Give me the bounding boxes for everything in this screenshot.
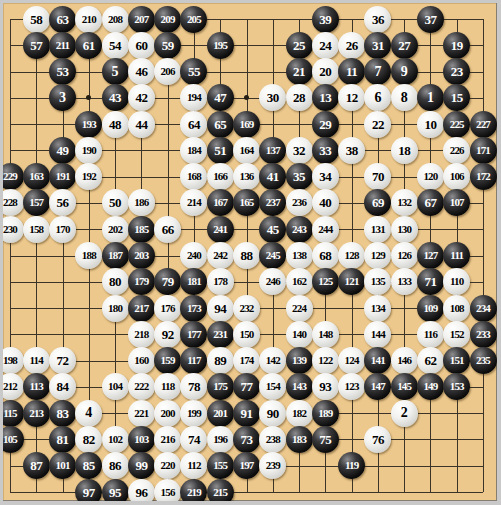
move-number: 2 bbox=[401, 406, 408, 420]
stone-white-84[interactable]: 84 bbox=[49, 373, 76, 400]
stone-black-175[interactable]: 175 bbox=[207, 373, 234, 400]
stone-black-185[interactable]: 185 bbox=[128, 216, 155, 243]
stone-white-114[interactable]: 114 bbox=[23, 347, 50, 374]
stone-black-187[interactable]: 187 bbox=[102, 242, 129, 269]
stone-white-226[interactable]: 226 bbox=[443, 137, 470, 164]
stone-white-150[interactable]: 150 bbox=[233, 321, 260, 348]
stone-black-79[interactable]: 79 bbox=[154, 268, 181, 295]
stone-white-92[interactable]: 92 bbox=[154, 321, 181, 348]
stone-white-184[interactable]: 184 bbox=[180, 137, 207, 164]
stone-white-76[interactable]: 76 bbox=[364, 426, 391, 453]
move-number: 5 bbox=[112, 64, 119, 78]
stone-white-142[interactable]: 142 bbox=[259, 347, 286, 374]
stone-white-180[interactable]: 180 bbox=[102, 295, 129, 322]
stone-black-49[interactable]: 49 bbox=[49, 137, 76, 164]
move-number: 179 bbox=[134, 276, 148, 287]
stone-black-99[interactable]: 99 bbox=[128, 452, 155, 479]
stone-white-186[interactable]: 186 bbox=[128, 189, 155, 216]
stone-white-244[interactable]: 244 bbox=[312, 216, 339, 243]
stone-black-29[interactable]: 29 bbox=[312, 111, 339, 138]
move-number: 165 bbox=[239, 197, 253, 208]
stone-white-88[interactable]: 88 bbox=[233, 242, 260, 269]
move-number: 227 bbox=[476, 118, 490, 129]
stone-black-63[interactable]: 63 bbox=[49, 6, 76, 33]
stone-white-164[interactable]: 164 bbox=[233, 137, 260, 164]
stone-black-125[interactable]: 125 bbox=[312, 268, 339, 295]
stone-white-108[interactable]: 108 bbox=[443, 295, 470, 322]
stone-white-246[interactable]: 246 bbox=[259, 268, 286, 295]
stone-black-167[interactable]: 167 bbox=[207, 189, 234, 216]
move-number: 167 bbox=[213, 197, 227, 208]
move-number: 120 bbox=[423, 171, 437, 182]
stone-black-31[interactable]: 31 bbox=[364, 32, 391, 59]
move-number: 93 bbox=[319, 380, 331, 393]
stone-black-67[interactable]: 67 bbox=[417, 189, 444, 216]
stone-white-228[interactable]: 228 bbox=[3, 189, 24, 216]
move-number: 11 bbox=[346, 65, 357, 78]
stone-white-160[interactable]: 160 bbox=[128, 347, 155, 374]
stone-black-13[interactable]: 13 bbox=[312, 84, 339, 111]
stone-black-139[interactable]: 139 bbox=[286, 347, 313, 374]
stone-black-127[interactable]: 127 bbox=[417, 242, 444, 269]
stone-white-94[interactable]: 94 bbox=[207, 295, 234, 322]
stone-black-157[interactable]: 157 bbox=[23, 189, 50, 216]
stone-white-238[interactable]: 238 bbox=[259, 426, 286, 453]
move-number: 71 bbox=[424, 275, 436, 288]
stone-black-53[interactable]: 53 bbox=[49, 58, 76, 85]
stone-black-193[interactable]: 193 bbox=[75, 111, 102, 138]
stone-white-112[interactable]: 112 bbox=[180, 452, 207, 479]
stone-white-86[interactable]: 86 bbox=[102, 452, 129, 479]
stone-white-74[interactable]: 74 bbox=[180, 426, 207, 453]
stone-black-155[interactable]: 155 bbox=[207, 452, 234, 479]
stone-white-36[interactable]: 36 bbox=[364, 6, 391, 33]
stone-white-210[interactable]: 210 bbox=[75, 6, 102, 33]
stone-white-104[interactable]: 104 bbox=[102, 373, 129, 400]
stone-black-179[interactable]: 179 bbox=[128, 268, 155, 295]
stone-black-69[interactable]: 69 bbox=[364, 189, 391, 216]
stone-black-111[interactable]: 111 bbox=[443, 242, 470, 269]
stone-black-119[interactable]: 119 bbox=[338, 452, 365, 479]
stone-black-105[interactable]: 105 bbox=[3, 426, 24, 453]
move-number: 114 bbox=[30, 355, 44, 366]
move-number: 103 bbox=[134, 433, 148, 444]
move-number: 158 bbox=[29, 223, 43, 234]
move-number: 229 bbox=[3, 171, 17, 182]
stone-black-181[interactable]: 181 bbox=[180, 268, 207, 295]
move-number: 80 bbox=[109, 275, 121, 288]
stone-white-4[interactable]: 4 bbox=[75, 400, 102, 427]
move-number: 230 bbox=[3, 223, 17, 234]
move-number: 26 bbox=[346, 38, 358, 51]
stone-black-189[interactable]: 189 bbox=[312, 400, 339, 427]
stone-white-208[interactable]: 208 bbox=[102, 6, 129, 33]
stone-black-177[interactable]: 177 bbox=[180, 321, 207, 348]
stone-black-43[interactable]: 43 bbox=[102, 84, 129, 111]
stone-black-217[interactable]: 217 bbox=[128, 295, 155, 322]
stone-white-80[interactable]: 80 bbox=[102, 268, 129, 295]
stone-black-81[interactable]: 81 bbox=[49, 426, 76, 453]
stone-black-73[interactable]: 73 bbox=[233, 426, 260, 453]
stone-white-152[interactable]: 152 bbox=[443, 321, 470, 348]
stone-white-2[interactable]: 2 bbox=[391, 400, 418, 427]
stone-white-154[interactable]: 154 bbox=[259, 373, 286, 400]
stone-black-153[interactable]: 153 bbox=[443, 373, 470, 400]
stone-white-190[interactable]: 190 bbox=[75, 137, 102, 164]
stone-black-209[interactable]: 209 bbox=[154, 6, 181, 33]
stone-white-62[interactable]: 62 bbox=[417, 347, 444, 374]
stone-white-102[interactable]: 102 bbox=[102, 426, 129, 453]
move-number: 55 bbox=[188, 65, 200, 78]
move-number: 49 bbox=[57, 143, 69, 156]
stone-black-151[interactable]: 151 bbox=[443, 347, 470, 374]
go-board[interactable]: 5863210208207209205393637572116154605919… bbox=[3, 3, 497, 501]
move-number: 110 bbox=[450, 276, 464, 287]
stone-white-182[interactable]: 182 bbox=[286, 400, 313, 427]
stone-black-95[interactable]: 95 bbox=[102, 479, 129, 501]
stone-white-218[interactable]: 218 bbox=[128, 321, 155, 348]
stone-white-8[interactable]: 8 bbox=[391, 84, 418, 111]
stone-black-109[interactable]: 109 bbox=[417, 295, 444, 322]
stone-black-71[interactable]: 71 bbox=[417, 268, 444, 295]
stone-white-46[interactable]: 46 bbox=[128, 58, 155, 85]
stone-white-26[interactable]: 26 bbox=[338, 32, 365, 59]
stone-white-202[interactable]: 202 bbox=[102, 216, 129, 243]
stone-black-7[interactable]: 7 bbox=[364, 58, 391, 85]
stone-black-77[interactable]: 77 bbox=[233, 373, 260, 400]
stone-black-115[interactable]: 115 bbox=[3, 400, 24, 427]
stone-white-93[interactable]: 93 bbox=[312, 373, 339, 400]
stone-white-134[interactable]: 134 bbox=[364, 295, 391, 322]
stone-white-44[interactable]: 44 bbox=[128, 111, 155, 138]
stone-white-232[interactable]: 232 bbox=[233, 295, 260, 322]
move-number: 233 bbox=[476, 328, 490, 339]
move-number: 143 bbox=[292, 381, 306, 392]
stone-black-3[interactable]: 3 bbox=[49, 84, 76, 111]
stone-black-55[interactable]: 55 bbox=[180, 58, 207, 85]
move-number: 172 bbox=[476, 171, 490, 182]
stone-white-64[interactable]: 64 bbox=[180, 111, 207, 138]
move-number: 6 bbox=[374, 90, 381, 104]
stone-black-5[interactable]: 5 bbox=[102, 58, 129, 85]
stone-white-148[interactable]: 148 bbox=[312, 321, 339, 348]
stone-white-122[interactable]: 122 bbox=[312, 347, 339, 374]
stone-white-194[interactable]: 194 bbox=[180, 84, 207, 111]
stone-white-24[interactable]: 24 bbox=[312, 32, 339, 59]
stone-black-45[interactable]: 45 bbox=[259, 216, 286, 243]
stone-white-196[interactable]: 196 bbox=[207, 426, 234, 453]
stone-white-123[interactable]: 123 bbox=[338, 373, 365, 400]
stone-black-143[interactable]: 143 bbox=[286, 373, 313, 400]
move-number: 21 bbox=[293, 65, 305, 78]
stone-white-166[interactable]: 166 bbox=[207, 163, 234, 190]
stone-black-1[interactable]: 1 bbox=[417, 84, 444, 111]
stone-white-12[interactable]: 12 bbox=[338, 84, 365, 111]
stone-white-28[interactable]: 28 bbox=[286, 84, 313, 111]
stone-white-170[interactable]: 170 bbox=[49, 216, 76, 243]
move-number: 68 bbox=[319, 249, 331, 262]
move-number: 85 bbox=[83, 459, 95, 472]
stone-black-195[interactable]: 195 bbox=[207, 32, 234, 59]
stone-black-15[interactable]: 15 bbox=[443, 84, 470, 111]
stone-black-11[interactable]: 11 bbox=[338, 58, 365, 85]
stone-white-116[interactable]: 116 bbox=[417, 321, 444, 348]
stone-white-38[interactable]: 38 bbox=[338, 137, 365, 164]
stone-white-162[interactable]: 162 bbox=[286, 268, 313, 295]
stone-white-135[interactable]: 135 bbox=[364, 268, 391, 295]
stone-black-229[interactable]: 229 bbox=[3, 163, 24, 190]
stone-black-87[interactable]: 87 bbox=[23, 452, 50, 479]
stone-black-117[interactable]: 117 bbox=[180, 347, 207, 374]
stone-black-231[interactable]: 231 bbox=[207, 321, 234, 348]
move-number: 10 bbox=[424, 117, 436, 130]
move-number: 84 bbox=[57, 380, 69, 393]
move-number: 212 bbox=[3, 381, 17, 392]
stone-white-126[interactable]: 126 bbox=[391, 242, 418, 269]
stone-white-20[interactable]: 20 bbox=[312, 58, 339, 85]
stone-white-54[interactable]: 54 bbox=[102, 32, 129, 59]
stone-white-138[interactable]: 138 bbox=[286, 242, 313, 269]
stone-white-178[interactable]: 178 bbox=[207, 268, 234, 295]
stone-black-234[interactable]: 234 bbox=[470, 295, 497, 322]
stone-white-176[interactable]: 176 bbox=[154, 295, 181, 322]
stone-black-243[interactable]: 243 bbox=[286, 216, 313, 243]
stone-white-236[interactable]: 236 bbox=[286, 189, 313, 216]
stone-white-174[interactable]: 174 bbox=[233, 347, 260, 374]
stone-white-224[interactable]: 224 bbox=[286, 295, 313, 322]
stone-white-120[interactable]: 120 bbox=[417, 163, 444, 190]
stone-black-159[interactable]: 159 bbox=[154, 347, 181, 374]
stone-white-130[interactable]: 130 bbox=[391, 216, 418, 243]
stone-black-33[interactable]: 33 bbox=[312, 137, 339, 164]
move-number: 81 bbox=[57, 432, 69, 445]
stone-black-23[interactable]: 23 bbox=[443, 58, 470, 85]
stone-black-35[interactable]: 35 bbox=[286, 163, 313, 190]
stone-white-70[interactable]: 70 bbox=[364, 163, 391, 190]
stone-black-173[interactable]: 173 bbox=[180, 295, 207, 322]
stone-white-66[interactable]: 66 bbox=[154, 216, 181, 243]
stone-white-32[interactable]: 32 bbox=[286, 137, 313, 164]
stone-black-41[interactable]: 41 bbox=[259, 163, 286, 190]
stone-white-34[interactable]: 34 bbox=[312, 163, 339, 190]
stone-white-89[interactable]: 89 bbox=[207, 347, 234, 374]
stone-white-48[interactable]: 48 bbox=[102, 111, 129, 138]
move-number: 101 bbox=[55, 460, 69, 471]
stone-white-220[interactable]: 220 bbox=[154, 452, 181, 479]
move-number: 214 bbox=[187, 197, 201, 208]
stone-white-198[interactable]: 198 bbox=[3, 347, 24, 374]
stone-white-192[interactable]: 192 bbox=[75, 163, 102, 190]
stone-black-207[interactable]: 207 bbox=[128, 6, 155, 33]
move-number: 60 bbox=[135, 38, 147, 51]
stone-black-215[interactable]: 215 bbox=[207, 479, 234, 501]
move-number: 131 bbox=[371, 223, 385, 234]
stone-white-6[interactable]: 6 bbox=[364, 84, 391, 111]
stone-black-219[interactable]: 219 bbox=[180, 479, 207, 501]
stone-black-59[interactable]: 59 bbox=[154, 32, 181, 59]
stone-white-200[interactable]: 200 bbox=[154, 400, 181, 427]
stone-white-128[interactable]: 128 bbox=[338, 242, 365, 269]
hoshi-point bbox=[86, 95, 91, 100]
move-number: 115 bbox=[3, 407, 17, 418]
stone-black-235[interactable]: 235 bbox=[470, 347, 497, 374]
stone-white-118[interactable]: 118 bbox=[154, 373, 181, 400]
stone-black-211[interactable]: 211 bbox=[49, 32, 76, 59]
stone-black-25[interactable]: 25 bbox=[286, 32, 313, 59]
move-number: 194 bbox=[187, 92, 201, 103]
stone-white-96[interactable]: 96 bbox=[128, 479, 155, 501]
stone-black-165[interactable]: 165 bbox=[233, 189, 260, 216]
move-number: 27 bbox=[398, 38, 410, 51]
stone-black-121[interactable]: 121 bbox=[338, 268, 365, 295]
stone-white-239[interactable]: 239 bbox=[259, 452, 286, 479]
stone-white-242[interactable]: 242 bbox=[207, 242, 234, 269]
stone-white-188[interactable]: 188 bbox=[75, 242, 102, 269]
stone-black-191[interactable]: 191 bbox=[49, 163, 76, 190]
stone-white-240[interactable]: 240 bbox=[180, 242, 207, 269]
move-number: 148 bbox=[318, 328, 332, 339]
stone-black-227[interactable]: 227 bbox=[470, 111, 497, 138]
stone-black-113[interactable]: 113 bbox=[23, 373, 50, 400]
stone-black-65[interactable]: 65 bbox=[207, 111, 234, 138]
stone-black-245[interactable]: 245 bbox=[259, 242, 286, 269]
stone-white-221[interactable]: 221 bbox=[128, 400, 155, 427]
stone-black-171[interactable]: 171 bbox=[470, 137, 497, 164]
stone-black-163[interactable]: 163 bbox=[23, 163, 50, 190]
stone-white-222[interactable]: 222 bbox=[128, 373, 155, 400]
stone-black-101[interactable]: 101 bbox=[49, 452, 76, 479]
grid-line-vertical bbox=[483, 19, 484, 492]
stone-white-230[interactable]: 230 bbox=[3, 216, 24, 243]
stone-black-197[interactable]: 197 bbox=[233, 452, 260, 479]
stone-white-68[interactable]: 68 bbox=[312, 242, 339, 269]
stone-white-78[interactable]: 78 bbox=[180, 373, 207, 400]
stone-black-203[interactable]: 203 bbox=[128, 242, 155, 269]
stone-black-241[interactable]: 241 bbox=[207, 216, 234, 243]
stone-black-147[interactable]: 147 bbox=[364, 373, 391, 400]
stone-black-51[interactable]: 51 bbox=[207, 137, 234, 164]
stone-white-82[interactable]: 82 bbox=[75, 426, 102, 453]
stone-white-131[interactable]: 131 bbox=[364, 216, 391, 243]
stone-white-10[interactable]: 10 bbox=[417, 111, 444, 138]
stone-white-30[interactable]: 30 bbox=[259, 84, 286, 111]
move-number: 75 bbox=[319, 432, 331, 445]
stone-black-183[interactable]: 183 bbox=[286, 426, 313, 453]
stone-black-9[interactable]: 9 bbox=[391, 58, 418, 85]
stone-black-137[interactable]: 137 bbox=[259, 137, 286, 164]
stone-white-110[interactable]: 110 bbox=[443, 268, 470, 295]
stone-white-60[interactable]: 60 bbox=[128, 32, 155, 59]
stone-white-136[interactable]: 136 bbox=[233, 163, 260, 190]
stone-black-75[interactable]: 75 bbox=[312, 426, 339, 453]
move-number: 197 bbox=[239, 460, 253, 471]
move-number: 225 bbox=[450, 118, 464, 129]
stone-white-133[interactable]: 133 bbox=[391, 268, 418, 295]
move-number: 108 bbox=[450, 302, 464, 313]
stone-black-19[interactable]: 19 bbox=[443, 32, 470, 59]
stone-black-145[interactable]: 145 bbox=[391, 373, 418, 400]
stone-black-149[interactable]: 149 bbox=[417, 373, 444, 400]
stone-white-214[interactable]: 214 bbox=[180, 189, 207, 216]
move-number: 56 bbox=[57, 196, 69, 209]
stone-black-213[interactable]: 213 bbox=[23, 400, 50, 427]
stone-black-91[interactable]: 91 bbox=[233, 400, 260, 427]
stone-black-233[interactable]: 233 bbox=[470, 321, 497, 348]
move-number: 12 bbox=[346, 91, 358, 104]
stone-white-132[interactable]: 132 bbox=[391, 189, 418, 216]
stone-black-61[interactable]: 61 bbox=[75, 32, 102, 59]
stone-black-237[interactable]: 237 bbox=[259, 189, 286, 216]
stone-black-83[interactable]: 83 bbox=[49, 400, 76, 427]
stone-white-106[interactable]: 106 bbox=[443, 163, 470, 190]
stone-white-158[interactable]: 158 bbox=[23, 216, 50, 243]
move-number: 160 bbox=[134, 355, 148, 366]
move-number: 166 bbox=[213, 171, 227, 182]
move-number: 244 bbox=[318, 223, 332, 234]
move-number: 41 bbox=[267, 170, 279, 183]
move-number: 235 bbox=[476, 355, 490, 366]
stone-black-97[interactable]: 97 bbox=[75, 479, 102, 501]
stone-black-103[interactable]: 103 bbox=[128, 426, 155, 453]
stone-white-42[interactable]: 42 bbox=[128, 84, 155, 111]
stone-black-27[interactable]: 27 bbox=[391, 32, 418, 59]
move-number: 130 bbox=[397, 223, 411, 234]
move-number: 50 bbox=[109, 196, 121, 209]
stone-white-50[interactable]: 50 bbox=[102, 189, 129, 216]
stone-black-21[interactable]: 21 bbox=[286, 58, 313, 85]
stone-white-72[interactable]: 72 bbox=[49, 347, 76, 374]
stone-white-58[interactable]: 58 bbox=[23, 6, 50, 33]
stone-white-212[interactable]: 212 bbox=[3, 373, 24, 400]
stone-black-85[interactable]: 85 bbox=[75, 452, 102, 479]
stone-white-144[interactable]: 144 bbox=[364, 321, 391, 348]
stone-white-156[interactable]: 156 bbox=[154, 479, 181, 501]
stone-black-47[interactable]: 47 bbox=[207, 84, 234, 111]
move-number: 58 bbox=[30, 12, 42, 25]
stone-black-225[interactable]: 225 bbox=[443, 111, 470, 138]
stone-white-129[interactable]: 129 bbox=[364, 242, 391, 269]
stone-white-199[interactable]: 199 bbox=[180, 400, 207, 427]
move-number: 153 bbox=[450, 381, 464, 392]
stone-black-37[interactable]: 37 bbox=[417, 6, 444, 33]
move-number: 163 bbox=[29, 171, 43, 182]
stone-white-90[interactable]: 90 bbox=[259, 400, 286, 427]
move-number: 146 bbox=[397, 355, 411, 366]
stone-white-22[interactable]: 22 bbox=[364, 111, 391, 138]
stone-black-39[interactable]: 39 bbox=[312, 6, 339, 33]
stone-black-205[interactable]: 205 bbox=[180, 6, 207, 33]
move-number: 92 bbox=[162, 327, 174, 340]
stone-white-168[interactable]: 168 bbox=[180, 163, 207, 190]
move-number: 220 bbox=[161, 460, 175, 471]
stone-white-206[interactable]: 206 bbox=[154, 58, 181, 85]
stone-white-18[interactable]: 18 bbox=[391, 137, 418, 164]
stone-black-57[interactable]: 57 bbox=[23, 32, 50, 59]
stone-white-124[interactable]: 124 bbox=[338, 347, 365, 374]
stone-black-107[interactable]: 107 bbox=[443, 189, 470, 216]
stone-white-140[interactable]: 140 bbox=[286, 321, 313, 348]
stone-white-40[interactable]: 40 bbox=[312, 189, 339, 216]
stone-white-216[interactable]: 216 bbox=[154, 426, 181, 453]
move-number: 65 bbox=[214, 117, 226, 130]
stone-black-169[interactable]: 169 bbox=[233, 111, 260, 138]
stone-black-201[interactable]: 201 bbox=[207, 400, 234, 427]
stone-black-141[interactable]: 141 bbox=[364, 347, 391, 374]
stone-white-56[interactable]: 56 bbox=[49, 189, 76, 216]
move-number: 109 bbox=[423, 302, 437, 313]
stone-black-172[interactable]: 172 bbox=[470, 163, 497, 190]
stone-white-146[interactable]: 146 bbox=[391, 347, 418, 374]
